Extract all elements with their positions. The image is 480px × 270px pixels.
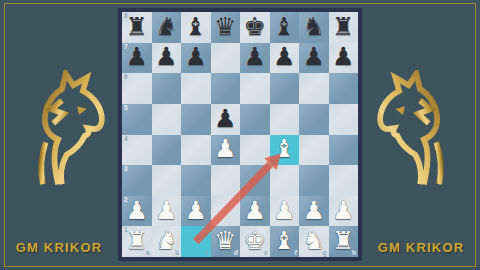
- piece-black-q-d8: ♛: [214, 14, 236, 39]
- piece-black-p-d5: ♟: [214, 106, 236, 131]
- square-e8[interactable]: ♚: [240, 12, 270, 43]
- square-h3[interactable]: [329, 165, 359, 196]
- square-a7[interactable]: 7♟: [122, 43, 152, 74]
- piece-black-p-e7: ♟: [244, 44, 266, 69]
- square-h2[interactable]: ♟: [329, 196, 359, 227]
- horse-eye-icon: [395, 106, 405, 115]
- piece-white-p-b2: ♟: [155, 198, 177, 223]
- board-border: 8♜♞♝♛♚♝♞♜7♟♟♟♟♟♟♟65♟4♟♝32♟♟♟♟♟♟♟1a♜b♞cd♛…: [118, 8, 362, 261]
- square-e4[interactable]: [240, 135, 270, 166]
- square-f3[interactable]: [270, 165, 300, 196]
- square-g3[interactable]: [299, 165, 329, 196]
- chess-board: 8♜♞♝♛♚♝♞♜7♟♟♟♟♟♟♟65♟4♟♝32♟♟♟♟♟♟♟1a♜b♞cd♛…: [122, 12, 358, 257]
- piece-black-p-g7: ♟: [303, 44, 325, 69]
- piece-white-q-d1: ♛: [214, 228, 236, 253]
- square-b5[interactable]: [152, 104, 182, 135]
- square-d6[interactable]: [211, 73, 241, 104]
- piece-white-b-f4: ♝: [273, 136, 295, 161]
- square-c2[interactable]: ♟: [181, 196, 211, 227]
- square-e2[interactable]: ♟: [240, 196, 270, 227]
- piece-black-k-e8: ♚: [244, 14, 266, 39]
- rank-label-5: 5: [124, 105, 128, 112]
- piece-white-r-h1: ♜: [332, 228, 354, 253]
- piece-white-p-g2: ♟: [303, 198, 325, 223]
- square-d1[interactable]: d♛: [211, 226, 241, 257]
- square-g6[interactable]: [299, 73, 329, 104]
- square-d3[interactable]: [211, 165, 241, 196]
- square-g8[interactable]: ♞: [299, 12, 329, 43]
- piece-black-p-b7: ♟: [155, 44, 177, 69]
- square-d5[interactable]: ♟: [211, 104, 241, 135]
- square-a3[interactable]: 3: [122, 165, 152, 196]
- square-h6[interactable]: [329, 73, 359, 104]
- square-a1[interactable]: 1a♜: [122, 226, 152, 257]
- square-h1[interactable]: h♜: [329, 226, 359, 257]
- rank-label-4: 4: [124, 136, 128, 143]
- square-e7[interactable]: ♟: [240, 43, 270, 74]
- piece-white-b-f1: ♝: [273, 228, 295, 253]
- piece-black-p-a7: ♟: [126, 44, 148, 69]
- piece-black-p-f7: ♟: [273, 44, 295, 69]
- square-b2[interactable]: ♟: [152, 196, 182, 227]
- square-f7[interactable]: ♟: [270, 43, 300, 74]
- square-a8[interactable]: 8♜: [122, 12, 152, 43]
- square-f1[interactable]: f♝: [270, 226, 300, 257]
- square-g2[interactable]: ♟: [299, 196, 329, 227]
- square-c3[interactable]: [181, 165, 211, 196]
- side-label-left: GM KRIKOR: [0, 240, 118, 255]
- square-e1[interactable]: e♚: [240, 226, 270, 257]
- square-a5[interactable]: 5: [122, 104, 152, 135]
- square-a2[interactable]: 2♟: [122, 196, 152, 227]
- square-c1[interactable]: c: [181, 226, 211, 257]
- square-c6[interactable]: [181, 73, 211, 104]
- square-h4[interactable]: [329, 135, 359, 166]
- square-b4[interactable]: [152, 135, 182, 166]
- square-b1[interactable]: b♞: [152, 226, 182, 257]
- side-panel-left: GM KRIKOR: [0, 0, 118, 270]
- square-a6[interactable]: 6: [122, 73, 152, 104]
- square-g7[interactable]: ♟: [299, 43, 329, 74]
- square-c5[interactable]: [181, 104, 211, 135]
- square-c8[interactable]: ♝: [181, 12, 211, 43]
- square-e5[interactable]: [240, 104, 270, 135]
- piece-white-p-a2: ♟: [126, 198, 148, 223]
- rank-label-6: 6: [124, 74, 128, 81]
- piece-black-p-c7: ♟: [185, 44, 207, 69]
- square-c4[interactable]: [181, 135, 211, 166]
- horse-eye-icon: [77, 106, 87, 115]
- horse-logo-icon: [14, 70, 106, 190]
- piece-white-n-g1: ♞: [303, 228, 325, 253]
- square-g5[interactable]: [299, 104, 329, 135]
- square-d4[interactable]: ♟: [211, 135, 241, 166]
- piece-white-r-a1: ♜: [126, 228, 148, 253]
- piece-black-r-a8: ♜: [126, 14, 148, 39]
- piece-white-k-e1: ♚: [244, 228, 266, 253]
- rank-label-3: 3: [124, 166, 128, 173]
- piece-white-p-e2: ♟: [244, 198, 266, 223]
- piece-white-p-h2: ♟: [332, 198, 354, 223]
- side-panel-right: GM KRIKOR: [362, 0, 480, 270]
- square-f4[interactable]: ♝: [270, 135, 300, 166]
- square-e3[interactable]: [240, 165, 270, 196]
- square-c7[interactable]: ♟: [181, 43, 211, 74]
- piece-black-n-g8: ♞: [303, 14, 325, 39]
- square-f5[interactable]: [270, 104, 300, 135]
- piece-black-n-b8: ♞: [155, 14, 177, 39]
- square-h8[interactable]: ♜: [329, 12, 359, 43]
- square-h7[interactable]: ♟: [329, 43, 359, 74]
- square-a4[interactable]: 4: [122, 135, 152, 166]
- piece-black-p-h7: ♟: [332, 44, 354, 69]
- square-b3[interactable]: [152, 165, 182, 196]
- piece-white-p-f2: ♟: [273, 198, 295, 223]
- piece-black-b-f8: ♝: [273, 14, 295, 39]
- square-g1[interactable]: g♞: [299, 226, 329, 257]
- square-h5[interactable]: [329, 104, 359, 135]
- square-b8[interactable]: ♞: [152, 12, 182, 43]
- square-f2[interactable]: ♟: [270, 196, 300, 227]
- square-f6[interactable]: [270, 73, 300, 104]
- square-b7[interactable]: ♟: [152, 43, 182, 74]
- square-d7[interactable]: [211, 43, 241, 74]
- piece-black-b-c8: ♝: [185, 14, 207, 39]
- piece-black-r-h8: ♜: [332, 14, 354, 39]
- square-d8[interactable]: ♛: [211, 12, 241, 43]
- piece-white-p-d4: ♟: [214, 136, 236, 161]
- file-label-c: c: [205, 250, 209, 257]
- piece-white-p-c2: ♟: [185, 198, 207, 223]
- horse-logo-icon: [376, 70, 468, 190]
- piece-white-n-b1: ♞: [155, 228, 177, 253]
- square-e6[interactable]: [240, 73, 270, 104]
- square-g4[interactable]: [299, 135, 329, 166]
- square-b6[interactable]: [152, 73, 182, 104]
- thumbnail-stage: GM KRIKOR GM KRIKOR 8♜♞♝♛♚♝♞♜7♟♟♟♟♟♟♟65♟…: [0, 0, 480, 270]
- square-d2[interactable]: [211, 196, 241, 227]
- side-label-right: GM KRIKOR: [362, 240, 480, 255]
- square-f8[interactable]: ♝: [270, 12, 300, 43]
